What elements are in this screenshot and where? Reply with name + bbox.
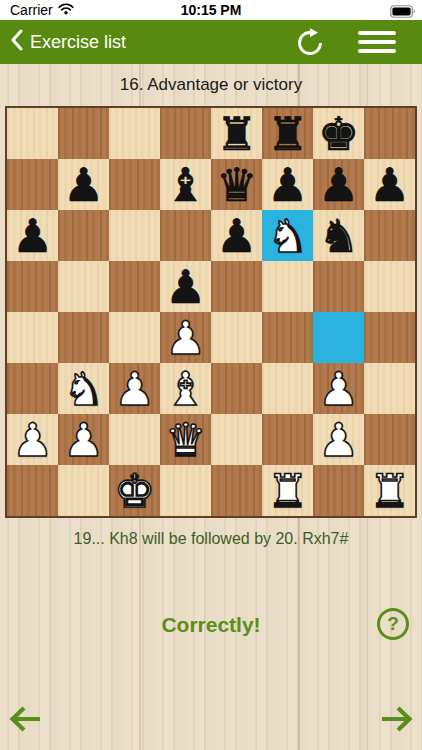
square-a1[interactable]: [7, 465, 58, 516]
square-g6[interactable]: ♞: [313, 210, 364, 261]
piece-white-king[interactable]: ♚: [114, 468, 155, 514]
help-button[interactable]: ?: [377, 608, 409, 640]
app-screen: Carrier 10:15 PM: [0, 0, 422, 750]
square-c1[interactable]: ♚: [109, 465, 160, 516]
piece-white-bishop[interactable]: ♝: [165, 366, 206, 412]
piece-white-knight[interactable]: ♞: [267, 213, 308, 259]
square-f1[interactable]: ♜: [262, 465, 313, 516]
nav-bar: Exercise list: [0, 20, 422, 64]
piece-white-knight[interactable]: ♞: [63, 366, 104, 412]
square-g4[interactable]: [313, 312, 364, 363]
refresh-icon[interactable]: [296, 28, 324, 56]
square-a4[interactable]: [7, 312, 58, 363]
piece-black-pawn[interactable]: ♟: [267, 162, 308, 208]
piece-white-pawn[interactable]: ♟: [318, 417, 359, 463]
piece-white-rook[interactable]: ♜: [369, 468, 410, 514]
square-g1[interactable]: [313, 465, 364, 516]
square-e4[interactable]: [211, 312, 262, 363]
square-h1[interactable]: ♜: [364, 465, 415, 516]
piece-black-knight[interactable]: ♞: [318, 213, 359, 259]
move-annotation: 19... Kh8 will be followed by 20. Rxh7#: [0, 530, 422, 548]
square-f2[interactable]: [262, 414, 313, 465]
square-d6[interactable]: [160, 210, 211, 261]
next-exercise-arrow-icon[interactable]: [379, 701, 415, 737]
previous-exercise-arrow-icon[interactable]: [7, 701, 43, 737]
square-h3[interactable]: [364, 363, 415, 414]
square-b6[interactable]: [58, 210, 109, 261]
square-a6[interactable]: ♟: [7, 210, 58, 261]
menu-bar: [358, 31, 396, 35]
square-d1[interactable]: [160, 465, 211, 516]
square-g8[interactable]: ♚: [313, 108, 364, 159]
square-b8[interactable]: [58, 108, 109, 159]
square-d2[interactable]: ♛: [160, 414, 211, 465]
square-c3[interactable]: ♟: [109, 363, 160, 414]
piece-black-pawn[interactable]: ♟: [318, 162, 359, 208]
square-g2[interactable]: ♟: [313, 414, 364, 465]
square-e6[interactable]: ♟: [211, 210, 262, 261]
square-g3[interactable]: ♟: [313, 363, 364, 414]
square-c7[interactable]: [109, 159, 160, 210]
back-button[interactable]: Exercise list: [10, 20, 126, 64]
back-chevron-icon: [10, 29, 23, 55]
square-f4[interactable]: [262, 312, 313, 363]
square-b7[interactable]: ♟: [58, 159, 109, 210]
square-h2[interactable]: [364, 414, 415, 465]
square-d3[interactable]: ♝: [160, 363, 211, 414]
clock: 10:15 PM: [0, 2, 422, 18]
square-h5[interactable]: [364, 261, 415, 312]
exercise-title: 16. Advantage or victory: [0, 75, 422, 95]
menu-bar: [358, 49, 396, 53]
menu-bar: [358, 40, 396, 44]
square-c4[interactable]: [109, 312, 160, 363]
square-a5[interactable]: [7, 261, 58, 312]
square-d8[interactable]: [160, 108, 211, 159]
square-h7[interactable]: ♟: [364, 159, 415, 210]
square-d5[interactable]: ♟: [160, 261, 211, 312]
square-f6[interactable]: ♞: [262, 210, 313, 261]
square-a2[interactable]: ♟: [7, 414, 58, 465]
square-e2[interactable]: [211, 414, 262, 465]
square-b2[interactable]: ♟: [58, 414, 109, 465]
square-e7[interactable]: ♛: [211, 159, 262, 210]
square-a7[interactable]: [7, 159, 58, 210]
square-d7[interactable]: ♝: [160, 159, 211, 210]
piece-white-pawn[interactable]: ♟: [12, 417, 53, 463]
piece-black-pawn[interactable]: ♟: [63, 162, 104, 208]
square-e5[interactable]: [211, 261, 262, 312]
feedback-label: Correctly!: [0, 613, 422, 637]
square-d4[interactable]: ♟: [160, 312, 211, 363]
square-e1[interactable]: [211, 465, 262, 516]
hamburger-menu-icon[interactable]: [358, 31, 396, 53]
piece-black-pawn[interactable]: ♟: [216, 213, 257, 259]
piece-black-rook[interactable]: ♜: [267, 111, 308, 157]
piece-white-rook[interactable]: ♜: [267, 468, 308, 514]
square-f8[interactable]: ♜: [262, 108, 313, 159]
piece-white-pawn[interactable]: ♟: [165, 315, 206, 361]
piece-black-bishop[interactable]: ♝: [165, 162, 206, 208]
square-e3[interactable]: [211, 363, 262, 414]
square-c2[interactable]: [109, 414, 160, 465]
square-a8[interactable]: [7, 108, 58, 159]
square-h4[interactable]: [364, 312, 415, 363]
square-g5[interactable]: [313, 261, 364, 312]
square-f5[interactable]: [262, 261, 313, 312]
square-b5[interactable]: [58, 261, 109, 312]
piece-black-king[interactable]: ♚: [318, 111, 359, 157]
square-b3[interactable]: ♞: [58, 363, 109, 414]
square-f3[interactable]: [262, 363, 313, 414]
back-button-label: Exercise list: [30, 32, 126, 53]
square-c5[interactable]: [109, 261, 160, 312]
piece-white-pawn[interactable]: ♟: [318, 366, 359, 412]
piece-white-queen[interactable]: ♛: [165, 417, 206, 463]
square-e8[interactable]: ♜: [211, 108, 262, 159]
square-a3[interactable]: [7, 363, 58, 414]
square-h6[interactable]: [364, 210, 415, 261]
piece-black-queen[interactable]: ♛: [216, 162, 257, 208]
chess-board: ♜♜♚♟♝♛♟♟♟♟♟♞♞♟♟♞♟♝♟♟♟♛♟♚♜♜: [5, 106, 417, 518]
status-bar: Carrier 10:15 PM: [0, 0, 422, 20]
square-c8[interactable]: [109, 108, 160, 159]
piece-black-pawn[interactable]: ♟: [12, 213, 53, 259]
square-b1[interactable]: [58, 465, 109, 516]
piece-white-pawn[interactable]: ♟: [114, 366, 155, 412]
piece-black-rook[interactable]: ♜: [216, 111, 257, 157]
square-h8[interactable]: [364, 108, 415, 159]
piece-black-pawn[interactable]: ♟: [369, 162, 410, 208]
piece-black-pawn[interactable]: ♟: [165, 264, 206, 310]
square-b4[interactable]: [58, 312, 109, 363]
square-c6[interactable]: [109, 210, 160, 261]
piece-white-pawn[interactable]: ♟: [63, 417, 104, 463]
square-g7[interactable]: ♟: [313, 159, 364, 210]
square-f7[interactable]: ♟: [262, 159, 313, 210]
